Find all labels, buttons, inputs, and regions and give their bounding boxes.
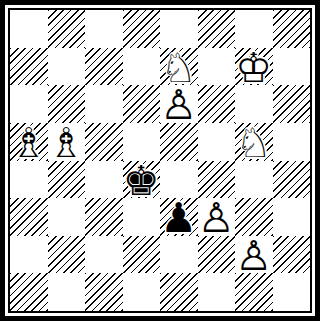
square-f2[interactable] <box>198 236 236 274</box>
square-a1[interactable] <box>10 273 48 311</box>
square-a3[interactable] <box>10 198 48 236</box>
square-f4[interactable] <box>198 161 236 199</box>
square-c1[interactable] <box>85 273 123 311</box>
white-pawn-g2[interactable]: ♟♙ <box>235 236 273 274</box>
white-pawn-f3[interactable]: ♟♙ <box>198 198 236 236</box>
square-h6[interactable] <box>273 85 311 123</box>
square-d2[interactable] <box>123 236 161 274</box>
board-frame: ♞♘♚♔♟♙♝♗♝♗♞♘♚♚♟♟♟♙♟♙ <box>8 8 312 313</box>
square-c5[interactable] <box>85 123 123 161</box>
square-c2[interactable] <box>85 236 123 274</box>
square-h5[interactable] <box>273 123 311 161</box>
square-b4[interactable] <box>48 161 86 199</box>
square-g6[interactable] <box>235 85 273 123</box>
square-f8[interactable] <box>198 10 236 48</box>
square-c8[interactable] <box>85 10 123 48</box>
square-e6[interactable]: ♟♙ <box>160 85 198 123</box>
square-d7[interactable] <box>123 48 161 86</box>
square-a6[interactable] <box>10 85 48 123</box>
square-a5[interactable]: ♝♗ <box>10 123 48 161</box>
square-h1[interactable] <box>273 273 311 311</box>
square-d1[interactable] <box>123 273 161 311</box>
square-d5[interactable] <box>123 123 161 161</box>
chess-board: ♞♘♚♔♟♙♝♗♝♗♞♘♚♚♟♟♟♙♟♙ <box>0 0 320 321</box>
square-g1[interactable] <box>235 273 273 311</box>
black-king-d4[interactable]: ♚♚ <box>123 161 161 199</box>
square-h7[interactable] <box>273 48 311 86</box>
square-h4[interactable] <box>273 161 311 199</box>
square-h2[interactable] <box>273 236 311 274</box>
square-h3[interactable] <box>273 198 311 236</box>
square-f3[interactable]: ♟♙ <box>198 198 236 236</box>
square-b1[interactable] <box>48 273 86 311</box>
white-knight-icon: ♘ <box>235 123 272 164</box>
black-king-icon: ♚ <box>123 161 160 202</box>
square-g3[interactable] <box>235 198 273 236</box>
square-b5[interactable]: ♝♗ <box>48 123 86 161</box>
white-pawn-icon: ♙ <box>235 236 272 277</box>
white-pawn-e6[interactable]: ♟♙ <box>160 85 198 123</box>
black-pawn-e3[interactable]: ♟♟ <box>160 198 198 236</box>
white-pawn-icon: ♙ <box>160 85 197 126</box>
square-f1[interactable] <box>198 273 236 311</box>
square-f6[interactable] <box>198 85 236 123</box>
white-bishop-icon: ♗ <box>48 123 85 164</box>
white-knight-e7[interactable]: ♞♘ <box>160 48 198 86</box>
square-e4[interactable] <box>160 161 198 199</box>
square-f5[interactable] <box>198 123 236 161</box>
square-a7[interactable] <box>10 48 48 86</box>
white-bishop-a5[interactable]: ♝♗ <box>10 123 48 161</box>
square-e1[interactable] <box>160 273 198 311</box>
square-e8[interactable] <box>160 10 198 48</box>
square-b8[interactable] <box>48 10 86 48</box>
white-knight-g5[interactable]: ♞♘ <box>235 123 273 161</box>
white-pawn-icon: ♙ <box>198 198 235 239</box>
square-g5[interactable]: ♞♘ <box>235 123 273 161</box>
square-c4[interactable] <box>85 161 123 199</box>
square-e2[interactable] <box>160 236 198 274</box>
square-g2[interactable]: ♟♙ <box>235 236 273 274</box>
square-c6[interactable] <box>85 85 123 123</box>
square-d4[interactable]: ♚♚ <box>123 161 161 199</box>
square-g7[interactable]: ♚♔ <box>235 48 273 86</box>
square-e7[interactable]: ♞♘ <box>160 48 198 86</box>
square-e5[interactable] <box>160 123 198 161</box>
square-g8[interactable] <box>235 10 273 48</box>
square-b3[interactable] <box>48 198 86 236</box>
square-b7[interactable] <box>48 48 86 86</box>
square-c7[interactable] <box>85 48 123 86</box>
square-c3[interactable] <box>85 198 123 236</box>
white-bishop-b5[interactable]: ♝♗ <box>48 123 86 161</box>
white-king-g7[interactable]: ♚♔ <box>235 48 273 86</box>
square-h8[interactable] <box>273 10 311 48</box>
square-a4[interactable] <box>10 161 48 199</box>
white-bishop-icon: ♗ <box>10 123 47 164</box>
square-f7[interactable] <box>198 48 236 86</box>
square-b2[interactable] <box>48 236 86 274</box>
square-g4[interactable] <box>235 161 273 199</box>
black-pawn-icon: ♟ <box>160 198 197 239</box>
square-d6[interactable] <box>123 85 161 123</box>
square-a8[interactable] <box>10 10 48 48</box>
board-grid: ♞♘♚♔♟♙♝♗♝♗♞♘♚♚♟♟♟♙♟♙ <box>10 10 310 311</box>
square-a2[interactable] <box>10 236 48 274</box>
square-e3[interactable]: ♟♟ <box>160 198 198 236</box>
square-d3[interactable] <box>123 198 161 236</box>
white-king-icon: ♔ <box>235 48 272 89</box>
square-d8[interactable] <box>123 10 161 48</box>
square-b6[interactable] <box>48 85 86 123</box>
